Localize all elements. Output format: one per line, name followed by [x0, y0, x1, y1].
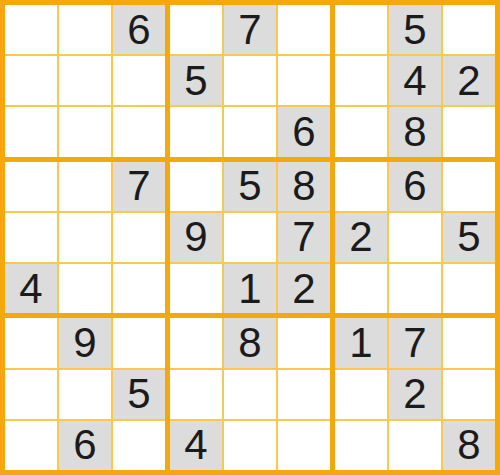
cell-r7c5: 8: [224, 318, 276, 367]
cell-r4c1[interactable]: [5, 162, 57, 211]
cell-r1c8: 5: [389, 5, 441, 54]
cell-r9c5[interactable]: [224, 421, 276, 470]
cell-r3c9[interactable]: [443, 107, 495, 156]
cell-r2c3[interactable]: [113, 56, 165, 105]
cell-r8c8: 2: [389, 370, 441, 419]
cell-r2c4: 5: [170, 56, 222, 105]
cell-r4c7[interactable]: [335, 162, 387, 211]
cell-r1c7[interactable]: [335, 5, 387, 54]
sudoku-box-6: 625: [335, 162, 495, 314]
cell-r5c9: 5: [443, 213, 495, 262]
cell-r3c1[interactable]: [5, 107, 57, 156]
cell-r3c2[interactable]: [59, 107, 111, 156]
cell-r9c4: 4: [170, 421, 222, 470]
cell-r5c2[interactable]: [59, 213, 111, 262]
sudoku-box-3: 5428: [335, 5, 495, 157]
cell-r5c4: 9: [170, 213, 222, 262]
cell-r4c4[interactable]: [170, 162, 222, 211]
cell-r9c7[interactable]: [335, 421, 387, 470]
sudoku-box-7: 956: [5, 318, 165, 470]
cell-r8c2[interactable]: [59, 370, 111, 419]
cell-r8c5[interactable]: [224, 370, 276, 419]
cell-r3c6: 6: [278, 107, 330, 156]
cell-r4c8: 6: [389, 162, 441, 211]
cell-r5c5[interactable]: [224, 213, 276, 262]
cell-r5c7: 2: [335, 213, 387, 262]
cell-r8c7[interactable]: [335, 370, 387, 419]
sudoku-box-8: 84: [170, 318, 330, 470]
cell-r1c6[interactable]: [278, 5, 330, 54]
cell-r3c7[interactable]: [335, 107, 387, 156]
sudoku-box-1: 6: [5, 5, 165, 157]
cell-r4c5: 5: [224, 162, 276, 211]
cell-r5c3[interactable]: [113, 213, 165, 262]
cell-r2c8: 4: [389, 56, 441, 105]
cell-r6c9[interactable]: [443, 264, 495, 313]
cell-r2c5[interactable]: [224, 56, 276, 105]
cell-r4c2[interactable]: [59, 162, 111, 211]
cell-r3c8: 8: [389, 107, 441, 156]
cell-r4c9[interactable]: [443, 162, 495, 211]
cell-r6c7[interactable]: [335, 264, 387, 313]
sudoku-box-5: 589712: [170, 162, 330, 314]
cell-r5c1[interactable]: [5, 213, 57, 262]
cell-r5c8[interactable]: [389, 213, 441, 262]
cell-r9c6[interactable]: [278, 421, 330, 470]
cell-r6c6: 2: [278, 264, 330, 313]
cell-r6c4[interactable]: [170, 264, 222, 313]
cell-r3c5[interactable]: [224, 107, 276, 156]
cell-r3c4[interactable]: [170, 107, 222, 156]
cell-r4c6: 8: [278, 162, 330, 211]
cell-r9c3[interactable]: [113, 421, 165, 470]
cell-r9c2: 6: [59, 421, 111, 470]
cell-r1c2[interactable]: [59, 5, 111, 54]
cell-r2c9: 2: [443, 56, 495, 105]
sudoku-box-2: 756: [170, 5, 330, 157]
cell-r9c8[interactable]: [389, 421, 441, 470]
cell-r7c9[interactable]: [443, 318, 495, 367]
cell-r9c1[interactable]: [5, 421, 57, 470]
cell-r6c2[interactable]: [59, 264, 111, 313]
cell-r2c7[interactable]: [335, 56, 387, 105]
sudoku-board: 6756542874589712625956841728: [0, 0, 500, 475]
cell-r8c9[interactable]: [443, 370, 495, 419]
cell-r1c3: 6: [113, 5, 165, 54]
cell-r8c1[interactable]: [5, 370, 57, 419]
cell-r5c6: 7: [278, 213, 330, 262]
cell-r7c2: 9: [59, 318, 111, 367]
cell-r9c9: 8: [443, 421, 495, 470]
cell-r6c5: 1: [224, 264, 276, 313]
cell-r7c7: 1: [335, 318, 387, 367]
cell-r7c4[interactable]: [170, 318, 222, 367]
cell-r2c2[interactable]: [59, 56, 111, 105]
cell-r8c6[interactable]: [278, 370, 330, 419]
sudoku-box-4: 74: [5, 162, 165, 314]
cell-r4c3: 7: [113, 162, 165, 211]
cell-r6c3[interactable]: [113, 264, 165, 313]
cell-r6c8[interactable]: [389, 264, 441, 313]
cell-r8c3: 5: [113, 370, 165, 419]
cell-r2c1[interactable]: [5, 56, 57, 105]
cell-r3c3[interactable]: [113, 107, 165, 156]
cell-r7c6[interactable]: [278, 318, 330, 367]
cell-r1c5: 7: [224, 5, 276, 54]
cell-r8c4[interactable]: [170, 370, 222, 419]
cell-r6c1: 4: [5, 264, 57, 313]
cell-r7c8: 7: [389, 318, 441, 367]
cell-r1c1[interactable]: [5, 5, 57, 54]
sudoku-box-9: 1728: [335, 318, 495, 470]
cell-r2c6[interactable]: [278, 56, 330, 105]
cell-r7c3[interactable]: [113, 318, 165, 367]
cell-r1c9[interactable]: [443, 5, 495, 54]
cell-r7c1[interactable]: [5, 318, 57, 367]
cell-r1c4[interactable]: [170, 5, 222, 54]
